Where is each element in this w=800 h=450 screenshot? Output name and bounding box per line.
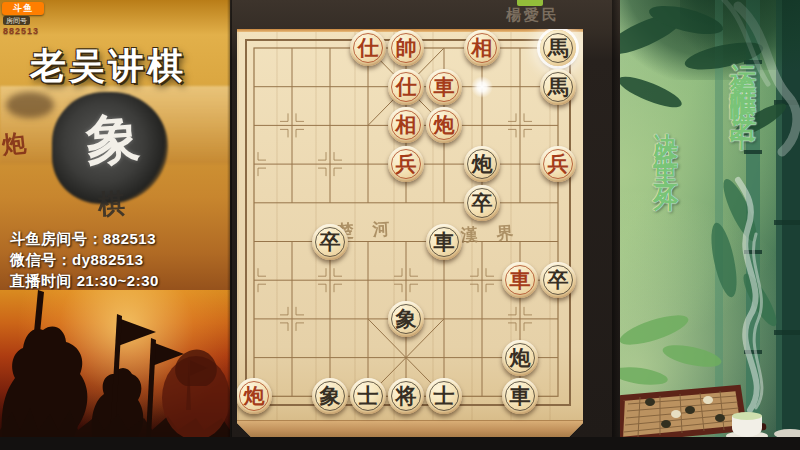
room-number-value: 882513 <box>3 26 39 36</box>
piece-red-soldier[interactable]: 兵 <box>540 146 576 182</box>
piece-black-chariot[interactable]: 車 <box>426 224 462 260</box>
bottom-letterbox <box>0 437 800 450</box>
piece-black-soldier[interactable]: 卒 <box>464 185 500 221</box>
piece-red-advisor[interactable]: 仕 <box>350 30 386 66</box>
game-area: 楊愛民 楚 河漢 界 仕帥相馬仕車馬相炮兵炮兵卒卒車車卒象炮炮象士将士車 <box>230 0 620 437</box>
river-text-right: 漢 界 <box>459 223 521 245</box>
wechat-info-line: 微信号：dy882513 <box>10 249 225 270</box>
board-bottom-edge <box>237 420 583 437</box>
xiang-calligraphy-char: 象 <box>84 102 143 179</box>
xiangqi-board[interactable]: 楚 河漢 界 仕帥相馬仕車馬相炮兵炮兵卒卒車車卒象炮炮象士将士車 <box>237 29 583 437</box>
motto-left-column: 决胜千里之外 <box>650 112 683 178</box>
piece-red-chariot[interactable]: 車 <box>502 262 538 298</box>
right-banner-panel <box>620 0 800 437</box>
schedule-info-line: 直播时间 21:30~2:30 <box>10 270 225 291</box>
stream-screenshot: 斗鱼 房间号 882513 老吴讲棋 象 棋 炮 斗鱼房间号：882513 微信… <box>0 0 800 450</box>
opponent-name: 楊愛民 <box>506 6 560 25</box>
stream-title: 老吴讲棋 <box>30 42 220 91</box>
piece-black-horse[interactable]: 馬 <box>540 69 576 105</box>
piece-red-elephant[interactable]: 相 <box>464 30 500 66</box>
room-info-line: 斗鱼房间号：882513 <box>10 228 225 249</box>
teapot-silhouette <box>6 92 54 118</box>
motto-right-column: 运筹帷幄之中 <box>725 42 761 114</box>
qi-calligraphy-char: 棋 <box>97 185 126 222</box>
panel-seam-left <box>227 0 232 437</box>
piece-black-cannon[interactable]: 炮 <box>464 146 500 182</box>
piece-black-cannon[interactable]: 炮 <box>502 340 538 376</box>
red-calligraphy-char: 炮 <box>0 127 27 161</box>
piece-black-soldier[interactable]: 卒 <box>540 262 576 298</box>
last-move-origin-marker <box>471 76 493 98</box>
battle-artwork <box>0 290 230 437</box>
piece-red-advisor[interactable]: 仕 <box>388 69 424 105</box>
piece-red-soldier[interactable]: 兵 <box>388 146 424 182</box>
piece-black-horse[interactable]: 馬 <box>540 30 576 66</box>
room-number-label: 房间号 <box>3 16 30 25</box>
piece-black-elephant[interactable]: 象 <box>388 301 424 337</box>
douyu-logo-badge: 斗鱼 <box>2 2 44 15</box>
panel-seam-right <box>612 0 620 437</box>
left-banner-panel: 斗鱼 房间号 882513 老吴讲棋 象 棋 炮 斗鱼房间号：882513 微信… <box>0 0 230 437</box>
piece-red-king[interactable]: 帥 <box>388 30 424 66</box>
battle-silhouettes <box>0 290 230 437</box>
piece-red-chariot[interactable]: 車 <box>426 69 462 105</box>
piece-black-soldier[interactable]: 卒 <box>312 224 348 260</box>
stream-info-block: 斗鱼房间号：882513 微信号：dy882513 直播时间 21:30~2:3… <box>10 228 225 291</box>
